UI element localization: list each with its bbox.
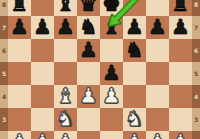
square-a6[interactable] [8, 39, 31, 62]
square-f2[interactable]: ♟ [123, 131, 146, 139]
square-f5[interactable] [123, 62, 146, 85]
square-e6[interactable] [100, 39, 123, 62]
square-b3[interactable] [31, 108, 54, 131]
piece-black-bishop: ♝ [102, 16, 121, 39]
piece-black-bishop: ♝ [56, 0, 75, 16]
piece-white-pawn: ♟ [125, 131, 144, 139]
square-a3[interactable] [8, 108, 31, 131]
square-b8[interactable] [31, 0, 54, 16]
piece-black-pawn: ♟ [33, 16, 52, 39]
square-c4[interactable]: ♝ [54, 85, 77, 108]
square-e8[interactable]: ♚ [100, 0, 123, 16]
square-f3[interactable]: ♞ [123, 108, 146, 131]
square-g5[interactable] [146, 62, 169, 85]
square-d8[interactable]: ♛ [77, 0, 100, 16]
square-f6[interactable]: ♞ [123, 39, 146, 62]
square-f7[interactable]: ♟ [123, 16, 146, 39]
rank-label-left-5: 5 [0, 62, 8, 85]
piece-black-pawn: ♟ [125, 16, 144, 39]
piece-white-pawn: ♟ [79, 85, 98, 108]
square-c8[interactable]: ♝ [54, 0, 77, 16]
piece-white-knight: ♞ [56, 108, 75, 131]
chess-board: 8♜♝♛♚♜87♟♟♟♞♝♟♟♟76♟♞65♟54♝♟♟43♞♞3♟♟♟♟♟♟♜… [0, 0, 200, 139]
square-a7[interactable]: ♟ [8, 16, 31, 39]
square-c6[interactable] [54, 39, 77, 62]
board-grid: 8♜♝♛♚♜87♟♟♟♞♝♟♟♟76♟♞65♟54♝♟♟43♞♞3♟♟♟♟♟♟♜… [0, 0, 200, 139]
piece-white-pawn: ♟ [56, 131, 75, 139]
rank-label-right-2 [192, 131, 200, 139]
rank-label-right-7: 7 [192, 16, 200, 39]
rank-label-left-2 [0, 131, 8, 139]
square-f8[interactable] [123, 0, 146, 16]
square-e2[interactable] [100, 131, 123, 139]
square-g7[interactable]: ♟ [146, 16, 169, 39]
square-d2[interactable] [77, 131, 100, 139]
square-h4[interactable] [169, 85, 192, 108]
square-d3[interactable] [77, 108, 100, 131]
square-h8[interactable]: ♜ [169, 0, 192, 16]
piece-white-pawn: ♟ [102, 85, 121, 108]
rank-label-right-6: 6 [192, 39, 200, 62]
square-b6[interactable] [31, 39, 54, 62]
piece-black-pawn: ♟ [171, 16, 190, 39]
piece-black-knight: ♞ [79, 16, 98, 39]
square-d6[interactable]: ♟ [77, 39, 100, 62]
square-a5[interactable] [8, 62, 31, 85]
square-b4[interactable] [31, 85, 54, 108]
rank-label-left-8: 8 [0, 0, 8, 16]
rank-label-left-4: 4 [0, 85, 8, 108]
piece-white-pawn: ♟ [10, 131, 29, 139]
piece-black-pawn: ♟ [79, 39, 98, 62]
square-h6[interactable] [169, 39, 192, 62]
piece-black-pawn: ♟ [10, 16, 29, 39]
square-g8[interactable] [146, 0, 169, 16]
square-e7[interactable]: ♝ [100, 16, 123, 39]
square-h5[interactable] [169, 62, 192, 85]
square-b5[interactable] [31, 62, 54, 85]
piece-white-bishop: ♝ [56, 85, 75, 108]
piece-white-pawn: ♟ [33, 131, 52, 139]
square-a2[interactable]: ♟ [8, 131, 31, 139]
rank-label-right-4: 4 [192, 85, 200, 108]
rank-label-left-3: 3 [0, 108, 8, 131]
square-c2[interactable]: ♟ [54, 131, 77, 139]
square-a8[interactable]: ♜ [8, 0, 31, 16]
rank-label-right-3: 3 [192, 108, 200, 131]
rank-label-right-5: 5 [192, 62, 200, 85]
piece-black-queen: ♛ [79, 0, 98, 16]
square-a4[interactable] [8, 85, 31, 108]
square-g4[interactable] [146, 85, 169, 108]
square-g2[interactable]: ♟ [146, 131, 169, 139]
square-b7[interactable]: ♟ [31, 16, 54, 39]
piece-black-pawn: ♟ [148, 16, 167, 39]
piece-black-pawn: ♟ [56, 16, 75, 39]
square-c3[interactable]: ♞ [54, 108, 77, 131]
piece-black-pawn: ♟ [102, 62, 121, 85]
square-e4[interactable]: ♟ [100, 85, 123, 108]
square-d5[interactable] [77, 62, 100, 85]
square-c5[interactable] [54, 62, 77, 85]
square-b2[interactable]: ♟ [31, 131, 54, 139]
piece-black-king: ♚ [102, 0, 121, 16]
square-g6[interactable] [146, 39, 169, 62]
rank-label-left-7: 7 [0, 16, 8, 39]
square-f4[interactable] [123, 85, 146, 108]
square-c7[interactable]: ♟ [54, 16, 77, 39]
square-h3[interactable] [169, 108, 192, 131]
square-d4[interactable]: ♟ [77, 85, 100, 108]
square-g3[interactable] [146, 108, 169, 131]
piece-white-pawn: ♟ [148, 131, 167, 139]
piece-black-rook: ♜ [171, 0, 190, 16]
square-h2[interactable]: ♟ [169, 131, 192, 139]
piece-black-knight: ♞ [125, 39, 144, 62]
piece-white-pawn: ♟ [171, 131, 190, 139]
square-e5[interactable]: ♟ [100, 62, 123, 85]
rank-label-right-8: 8 [192, 0, 200, 16]
square-d7[interactable]: ♞ [77, 16, 100, 39]
square-e3[interactable] [100, 108, 123, 131]
piece-white-knight: ♞ [125, 108, 144, 131]
square-h7[interactable]: ♟ [169, 16, 192, 39]
piece-black-rook: ♜ [10, 0, 29, 16]
rank-label-left-6: 6 [0, 39, 8, 62]
